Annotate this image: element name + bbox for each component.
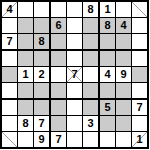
cell-r1c6[interactable]: 8: [83, 2, 100, 18]
cell-r9c1[interactable]: [2, 132, 18, 147]
cell-r1c9[interactable]: [132, 2, 147, 18]
cell-r2c7[interactable]: 8: [100, 18, 116, 34]
cell-r3c2[interactable]: [18, 34, 34, 51]
cell-r7c3[interactable]: [34, 100, 51, 116]
cell-r4c1[interactable]: [2, 51, 18, 67]
cell-r6c9[interactable]: [132, 83, 147, 100]
cell-r2c1[interactable]: [2, 18, 18, 34]
cell-r5c4[interactable]: [51, 67, 67, 83]
cell-r7c8[interactable]: [116, 100, 132, 116]
sudoku-x-board: 481684781274957873971: [0, 0, 149, 149]
cell-r3c5[interactable]: [67, 34, 83, 51]
cell-r5c6[interactable]: [83, 67, 100, 83]
cell-r6c7[interactable]: [100, 83, 116, 100]
cell-r8c1[interactable]: [2, 116, 18, 132]
cell-r2c8[interactable]: 4: [116, 18, 132, 34]
cell-r6c2[interactable]: [18, 83, 34, 100]
cell-r2c4[interactable]: 6: [51, 18, 67, 34]
cell-r1c4[interactable]: [51, 2, 67, 18]
cell-r4c7[interactable]: [100, 51, 116, 67]
cell-r7c1[interactable]: [2, 100, 18, 116]
cell-r4c9[interactable]: [132, 51, 147, 67]
cell-r9c8[interactable]: [116, 132, 132, 147]
cell-r3c7[interactable]: [100, 34, 116, 51]
cell-r2c9[interactable]: [132, 18, 147, 34]
cell-r1c1[interactable]: 4: [2, 2, 18, 18]
cell-r1c2[interactable]: [18, 2, 34, 18]
cell-r3c1[interactable]: 7: [2, 34, 18, 51]
cell-r5c3[interactable]: 2: [34, 67, 51, 83]
cell-r8c7[interactable]: [100, 116, 116, 132]
cell-r5c1[interactable]: [2, 67, 18, 83]
cell-r3c4[interactable]: [51, 34, 67, 51]
cell-r8c9[interactable]: [132, 116, 147, 132]
cell-r5c9[interactable]: [132, 67, 147, 83]
cell-r9c3[interactable]: 9: [34, 132, 51, 147]
cell-r4c6[interactable]: [83, 51, 100, 67]
cell-r2c5[interactable]: [67, 18, 83, 34]
cell-r8c6[interactable]: 3: [83, 116, 100, 132]
cell-r6c5[interactable]: [67, 83, 83, 100]
cell-r3c3[interactable]: 8: [34, 34, 51, 51]
cell-r8c5[interactable]: [67, 116, 83, 132]
cell-r4c4[interactable]: [51, 51, 67, 67]
cell-r2c6[interactable]: [83, 18, 100, 34]
cell-r8c8[interactable]: [116, 116, 132, 132]
cell-r1c5[interactable]: [67, 2, 83, 18]
cell-r9c4[interactable]: 7: [51, 132, 67, 147]
cell-r7c2[interactable]: [18, 100, 34, 116]
cell-r1c7[interactable]: 1: [100, 2, 116, 18]
cell-r9c7[interactable]: [100, 132, 116, 147]
cell-r4c8[interactable]: [116, 51, 132, 67]
cell-r2c3[interactable]: [34, 18, 51, 34]
cell-r9c6[interactable]: [83, 132, 100, 147]
cell-r7c6[interactable]: [83, 100, 100, 116]
cell-r2c2[interactable]: [18, 18, 34, 34]
cell-r6c8[interactable]: [116, 83, 132, 100]
cell-r8c2[interactable]: 8: [18, 116, 34, 132]
cell-r7c5[interactable]: [67, 100, 83, 116]
cell-r4c5[interactable]: [67, 51, 83, 67]
cell-r3c6[interactable]: [83, 34, 100, 51]
cell-r6c6[interactable]: [83, 83, 100, 100]
cell-r5c2[interactable]: 1: [18, 67, 34, 83]
cell-r1c3[interactable]: [34, 2, 51, 18]
cell-r4c3[interactable]: [34, 51, 51, 67]
cell-r5c8[interactable]: 9: [116, 67, 132, 83]
cell-r8c4[interactable]: [51, 116, 67, 132]
cell-r1c8[interactable]: [116, 2, 132, 18]
cell-r7c9[interactable]: 7: [132, 100, 147, 116]
cell-r6c4[interactable]: [51, 83, 67, 100]
cell-r5c5[interactable]: 7: [67, 67, 83, 83]
cell-r6c3[interactable]: [34, 83, 51, 100]
cell-r3c9[interactable]: [132, 34, 147, 51]
cell-r5c7[interactable]: 4: [100, 67, 116, 83]
cell-r7c7[interactable]: 5: [100, 100, 116, 116]
cell-r9c2[interactable]: [18, 132, 34, 147]
cell-r8c3[interactable]: 7: [34, 116, 51, 132]
cell-r9c9[interactable]: 1: [132, 132, 147, 147]
cell-r6c1[interactable]: [2, 83, 18, 100]
cell-r7c4[interactable]: [51, 100, 67, 116]
cell-r9c5[interactable]: [67, 132, 83, 147]
cell-r4c2[interactable]: [18, 51, 34, 67]
cell-r3c8[interactable]: [116, 34, 132, 51]
